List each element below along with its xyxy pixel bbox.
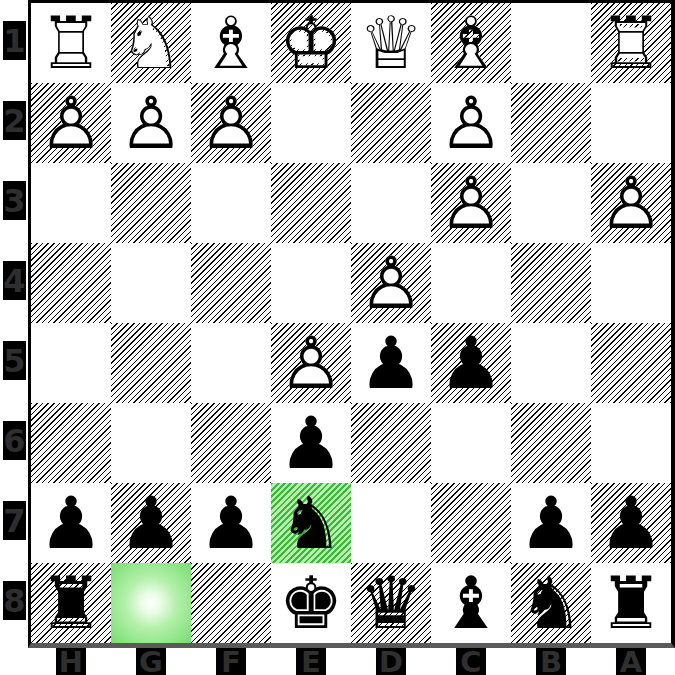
square-e4[interactable] xyxy=(271,243,351,323)
square-d1[interactable]: ♛♕ xyxy=(351,3,431,83)
piece-outline: ♙ xyxy=(31,83,111,163)
piece-outline: ♙ xyxy=(431,163,511,243)
piece-white-pawn[interactable]: ♟♙ xyxy=(431,163,511,243)
piece-outline: ♙ xyxy=(191,83,271,163)
square-g8[interactable] xyxy=(111,563,191,643)
square-e8[interactable]: ♚ xyxy=(271,563,351,643)
square-h1[interactable]: ♜♖ xyxy=(31,3,111,83)
piece-outline: ♘ xyxy=(111,3,191,83)
square-e7[interactable]: ♞ xyxy=(271,483,351,563)
piece-outline: ♖ xyxy=(31,3,111,83)
square-a6[interactable] xyxy=(591,403,671,483)
square-a2[interactable] xyxy=(591,83,671,163)
piece-white-rook[interactable]: ♜♖ xyxy=(591,3,671,83)
square-a5[interactable] xyxy=(591,323,671,403)
square-c5[interactable]: ♟ xyxy=(431,323,511,403)
file-label-b: B xyxy=(536,648,566,675)
square-f8[interactable] xyxy=(191,563,271,643)
square-e3[interactable] xyxy=(271,163,351,243)
square-e5[interactable]: ♟♙ xyxy=(271,323,351,403)
square-c3[interactable]: ♟♙ xyxy=(431,163,511,243)
piece-black-pawn[interactable]: ♟ xyxy=(431,323,511,403)
piece-outline: ♗ xyxy=(431,3,511,83)
piece-white-king[interactable]: ♚♔ xyxy=(271,3,351,83)
piece-black-queen[interactable]: ♛ xyxy=(351,563,431,643)
piece-white-pawn[interactable]: ♟♙ xyxy=(271,323,351,403)
square-f2[interactable]: ♟♙ xyxy=(191,83,271,163)
square-f7[interactable]: ♟ xyxy=(191,483,271,563)
square-b5[interactable] xyxy=(511,323,591,403)
piece-outline: ♙ xyxy=(351,243,431,323)
piece-black-knight[interactable]: ♞ xyxy=(271,483,351,563)
rank-label-4: 4 xyxy=(3,261,26,300)
square-f4[interactable] xyxy=(191,243,271,323)
piece-black-rook[interactable]: ♜ xyxy=(31,563,111,643)
piece-white-knight[interactable]: ♞♘ xyxy=(111,3,191,83)
rank-label-5: 5 xyxy=(3,341,26,380)
piece-outline: ♙ xyxy=(591,163,671,243)
square-g4[interactable] xyxy=(111,243,191,323)
piece-outline: ♖ xyxy=(591,3,671,83)
square-b1[interactable] xyxy=(511,3,591,83)
piece-black-pawn[interactable]: ♟ xyxy=(191,483,271,563)
piece-white-pawn[interactable]: ♟♙ xyxy=(351,243,431,323)
square-h3[interactable] xyxy=(31,163,111,243)
square-c4[interactable] xyxy=(431,243,511,323)
piece-outline: ♙ xyxy=(271,323,351,403)
rank-label-8: 8 xyxy=(3,581,26,620)
square-h5[interactable] xyxy=(31,323,111,403)
square-g6[interactable] xyxy=(111,403,191,483)
square-c7[interactable] xyxy=(431,483,511,563)
board-frame: ♜♖♞♘♝♗♚♔♛♕♝♗♜♖♟♙♟♙♟♙♟♙♟♙♟♙♟♙♟♙♟♟♟♟♟♟♞♟♟♜… xyxy=(28,0,675,648)
square-e1[interactable]: ♚♔ xyxy=(271,3,351,83)
piece-white-bishop[interactable]: ♝♗ xyxy=(191,3,271,83)
square-h7[interactable]: ♟ xyxy=(31,483,111,563)
square-g2[interactable]: ♟♙ xyxy=(111,83,191,163)
piece-white-rook[interactable]: ♜♖ xyxy=(31,3,111,83)
square-h4[interactable] xyxy=(31,243,111,323)
square-f3[interactable] xyxy=(191,163,271,243)
file-label-d: D xyxy=(376,648,406,675)
piece-black-rook[interactable]: ♜ xyxy=(591,563,671,643)
square-a8[interactable]: ♜ xyxy=(591,563,671,643)
file-label-h: H xyxy=(56,648,86,675)
square-d3[interactable] xyxy=(351,163,431,243)
piece-black-king[interactable]: ♚ xyxy=(271,563,351,643)
piece-outline: ♙ xyxy=(111,83,191,163)
square-h2[interactable]: ♟♙ xyxy=(31,83,111,163)
piece-black-bishop[interactable]: ♝ xyxy=(431,563,511,643)
piece-black-pawn[interactable]: ♟ xyxy=(511,483,591,563)
piece-black-pawn[interactable]: ♟ xyxy=(111,483,191,563)
square-c1[interactable]: ♝♗ xyxy=(431,3,511,83)
square-b7[interactable]: ♟ xyxy=(511,483,591,563)
square-a1[interactable]: ♜♖ xyxy=(591,3,671,83)
square-a7[interactable]: ♟ xyxy=(591,483,671,563)
piece-white-pawn[interactable]: ♟♙ xyxy=(591,163,671,243)
square-d6[interactable] xyxy=(351,403,431,483)
rank-label-7: 7 xyxy=(3,501,26,540)
piece-white-queen[interactable]: ♛♕ xyxy=(351,3,431,83)
piece-outline: ♕ xyxy=(351,3,431,83)
square-d5[interactable]: ♟ xyxy=(351,323,431,403)
square-f1[interactable]: ♝♗ xyxy=(191,3,271,83)
file-label-g: G xyxy=(136,648,166,675)
square-a3[interactable]: ♟♙ xyxy=(591,163,671,243)
square-e2[interactable] xyxy=(271,83,351,163)
square-c6[interactable] xyxy=(431,403,511,483)
square-c8[interactable]: ♝ xyxy=(431,563,511,643)
piece-outline: ♗ xyxy=(191,3,271,83)
square-e6[interactable]: ♟ xyxy=(271,403,351,483)
piece-outline: ♙ xyxy=(431,83,511,163)
square-h8[interactable]: ♜ xyxy=(31,563,111,643)
piece-black-pawn[interactable]: ♟ xyxy=(591,483,671,563)
piece-black-pawn[interactable]: ♟ xyxy=(271,403,351,483)
square-h6[interactable] xyxy=(31,403,111,483)
rank-label-3: 3 xyxy=(3,181,26,220)
square-d2[interactable] xyxy=(351,83,431,163)
file-label-e: E xyxy=(296,648,326,675)
piece-white-bishop[interactable]: ♝♗ xyxy=(431,3,511,83)
file-label-a: A xyxy=(616,648,646,675)
piece-outline: ♔ xyxy=(271,3,351,83)
square-f5[interactable] xyxy=(191,323,271,403)
square-b8[interactable]: ♞ xyxy=(511,563,591,643)
square-a4[interactable] xyxy=(591,243,671,323)
square-b3[interactable] xyxy=(511,163,591,243)
chessboard-screen: 12345678 ♜♖♞♘♝♗♚♔♛♕♝♗♜♖♟♙♟♙♟♙♟♙♟♙♟♙♟♙♟♙♟… xyxy=(0,0,675,675)
piece-white-pawn[interactable]: ♟♙ xyxy=(191,83,271,163)
square-g5[interactable] xyxy=(111,323,191,403)
square-d8[interactable]: ♛ xyxy=(351,563,431,643)
rank-label-6: 6 xyxy=(3,421,26,460)
square-b6[interactable] xyxy=(511,403,591,483)
square-g7[interactable]: ♟ xyxy=(111,483,191,563)
piece-white-pawn[interactable]: ♟♙ xyxy=(431,83,511,163)
square-c2[interactable]: ♟♙ xyxy=(431,83,511,163)
square-g3[interactable] xyxy=(111,163,191,243)
square-d4[interactable]: ♟♙ xyxy=(351,243,431,323)
file-label-c: C xyxy=(456,648,486,675)
rank-label-1: 1 xyxy=(3,21,26,60)
rank-label-2: 2 xyxy=(3,101,26,140)
square-b4[interactable] xyxy=(511,243,591,323)
square-b2[interactable] xyxy=(511,83,591,163)
file-label-f: F xyxy=(216,648,246,675)
piece-white-pawn[interactable]: ♟♙ xyxy=(111,83,191,163)
piece-black-knight[interactable]: ♞ xyxy=(511,563,591,643)
board: ♜♖♞♘♝♗♚♔♛♕♝♗♜♖♟♙♟♙♟♙♟♙♟♙♟♙♟♙♟♙♟♟♟♟♟♟♞♟♟♜… xyxy=(31,3,671,643)
square-f6[interactable] xyxy=(191,403,271,483)
piece-black-pawn[interactable]: ♟ xyxy=(351,323,431,403)
piece-white-pawn[interactable]: ♟♙ xyxy=(31,83,111,163)
piece-black-pawn[interactable]: ♟ xyxy=(31,483,111,563)
square-d7[interactable] xyxy=(351,483,431,563)
square-g1[interactable]: ♞♘ xyxy=(111,3,191,83)
